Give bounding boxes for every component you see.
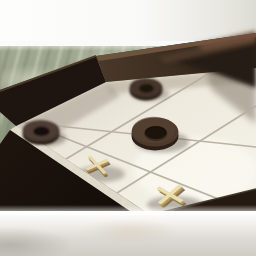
piece-o-center[interactable]	[132, 117, 179, 151]
piece-o-top-left[interactable]	[130, 78, 163, 100]
foreground-blur	[0, 211, 256, 256]
svg-text:✕: ✕	[79, 147, 116, 184]
photo-scene: ✕ ✕ ✕ ✕ ✕ ✕	[0, 0, 256, 256]
piece-o-bottom-left[interactable]	[23, 120, 60, 145]
piece-x-bottom-middle[interactable]: ✕ ✕ ✕	[78, 147, 118, 188]
